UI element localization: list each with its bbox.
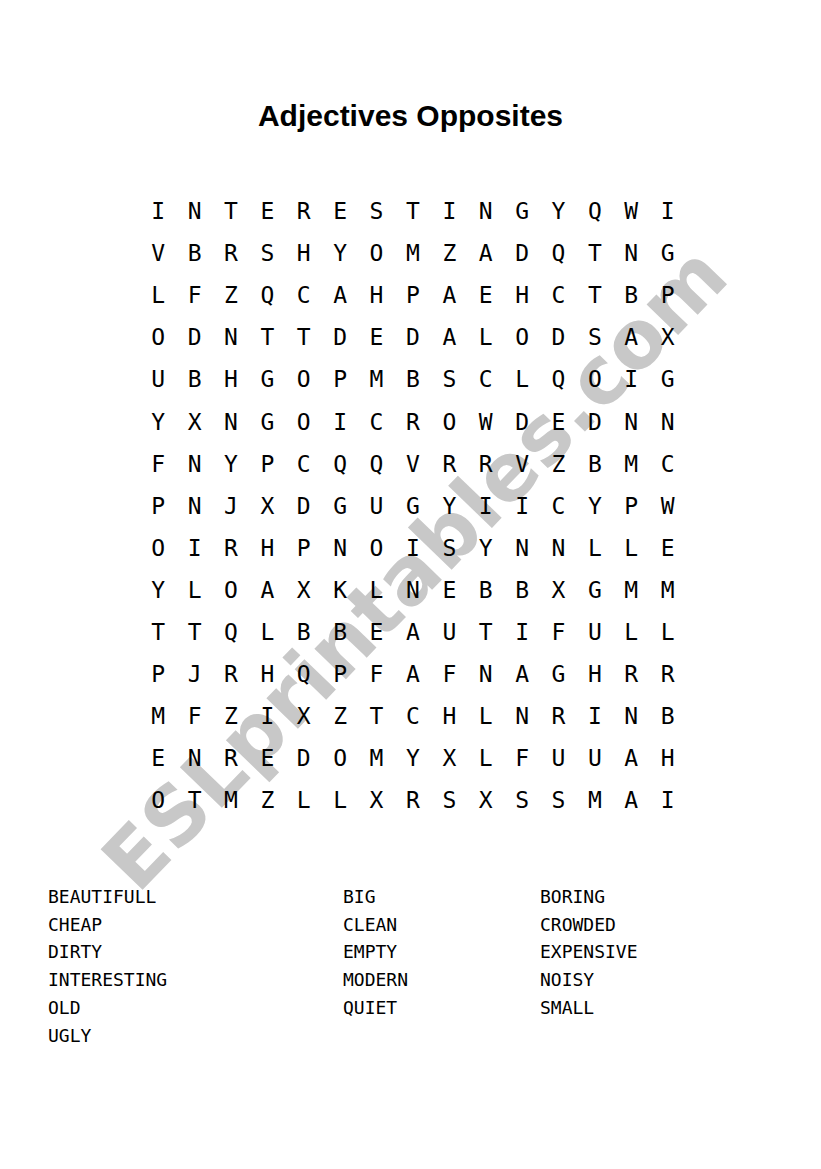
grid-cell: I [649, 190, 685, 232]
grid-cell: Y [322, 232, 358, 274]
grid-cell: D [504, 400, 540, 442]
grid-cell: H [577, 653, 613, 695]
grid-cell: L [649, 611, 685, 653]
grid-cell: O [431, 400, 467, 442]
grid-cell: A [322, 274, 358, 316]
grid-cell: C [286, 274, 322, 316]
grid-cell: Q [286, 653, 322, 695]
grid-cell: B [468, 569, 504, 611]
grid-cell: S [431, 779, 467, 821]
grid-cell: L [468, 695, 504, 737]
grid-cell: M [613, 569, 649, 611]
grid-cell: N [540, 527, 576, 569]
grid-cell: L [358, 569, 394, 611]
grid-cell: D [577, 400, 613, 442]
grid-cell: L [140, 274, 176, 316]
grid-cell: Y [213, 443, 249, 485]
grid-cell: L [468, 316, 504, 358]
grid-cell: E [431, 569, 467, 611]
grid-cell: C [358, 400, 394, 442]
grid-cell: C [649, 443, 685, 485]
grid-cell: M [649, 569, 685, 611]
grid-cell: O [286, 400, 322, 442]
grid-cell: R [213, 232, 249, 274]
grid-cell: X [176, 400, 212, 442]
word-item: CHEAP [48, 911, 167, 939]
grid-cell: N [613, 400, 649, 442]
grid-cell: N [176, 737, 212, 779]
grid-cell: D [395, 316, 431, 358]
grid-cell: J [213, 485, 249, 527]
grid-cell: G [249, 400, 285, 442]
grid-cell: E [322, 190, 358, 232]
grid-cell: Q [540, 232, 576, 274]
grid-cell: A [613, 316, 649, 358]
grid-cell: L [322, 779, 358, 821]
grid-cell: T [577, 232, 613, 274]
grid-cell: T [249, 316, 285, 358]
grid-cell: U [358, 485, 394, 527]
grid-cell: O [213, 569, 249, 611]
grid-cell: Y [577, 485, 613, 527]
grid-cell: F [504, 737, 540, 779]
grid-cell: Z [213, 274, 249, 316]
grid-cell: D [540, 316, 576, 358]
grid-cell: O [322, 737, 358, 779]
grid-cell: Z [540, 443, 576, 485]
grid-cell: O [358, 527, 394, 569]
grid-cell: T [140, 611, 176, 653]
grid-cell: X [358, 779, 394, 821]
grid-cell: N [613, 695, 649, 737]
grid-cell: D [504, 232, 540, 274]
grid-cell: R [286, 190, 322, 232]
grid-cell: L [468, 737, 504, 779]
grid-cell: Q [322, 443, 358, 485]
word-item: CLEAN [343, 911, 408, 939]
grid-cell: G [249, 358, 285, 400]
grid-cell: H [504, 274, 540, 316]
grid-cell: W [649, 485, 685, 527]
grid-cell: T [176, 611, 212, 653]
grid-cell: H [431, 695, 467, 737]
grid-cell: A [504, 653, 540, 695]
grid-cell: Y [140, 569, 176, 611]
grid-cell: G [577, 569, 613, 611]
grid-cell: O [577, 358, 613, 400]
word-list-column: BORINGCROWDEDEXPENSIVENOISYSMALL [540, 883, 638, 1022]
grid-cell: N [468, 190, 504, 232]
grid-cell: B [613, 274, 649, 316]
grid-cell: S [431, 358, 467, 400]
grid-cell: P [395, 274, 431, 316]
grid-cell: T [468, 611, 504, 653]
grid-cell: R [649, 653, 685, 695]
grid-cell: L [176, 569, 212, 611]
grid-cell: R [540, 695, 576, 737]
grid-cell: M [140, 695, 176, 737]
grid-cell: A [468, 232, 504, 274]
grid-cell: P [322, 358, 358, 400]
grid-cell: Z [249, 779, 285, 821]
grid-cell: O [286, 358, 322, 400]
grid-cell: I [649, 779, 685, 821]
page-title: Adjectives Opposites [0, 99, 821, 133]
word-item: MODERN [343, 966, 408, 994]
grid-cell: X [540, 569, 576, 611]
grid-cell: N [649, 400, 685, 442]
grid-cell: C [395, 695, 431, 737]
grid-cell: C [286, 443, 322, 485]
grid-cell: A [431, 316, 467, 358]
grid-cell: Y [468, 527, 504, 569]
grid-cell: B [395, 358, 431, 400]
grid-cell: U [140, 358, 176, 400]
grid-cell: T [176, 779, 212, 821]
grid-cell: J [176, 653, 212, 695]
grid-cell: N [176, 190, 212, 232]
grid-cell: Y [431, 485, 467, 527]
grid-cell: P [249, 443, 285, 485]
grid-cell: P [286, 527, 322, 569]
grid-cell: S [358, 190, 394, 232]
grid-cell: M [613, 443, 649, 485]
grid-cell: O [140, 527, 176, 569]
grid-cell: T [577, 274, 613, 316]
grid-cell: O [140, 779, 176, 821]
grid-cell: A [613, 737, 649, 779]
grid-cell: P [140, 485, 176, 527]
grid-cell: Q [358, 443, 394, 485]
grid-cell: X [249, 485, 285, 527]
grid-cell: I [504, 611, 540, 653]
grid-cell: R [431, 443, 467, 485]
grid-cell: F [176, 695, 212, 737]
grid-cell: I [322, 400, 358, 442]
worksheet-page: ESLprintables.com Adjectives Opposites I… [0, 0, 821, 1169]
grid-cell: L [504, 358, 540, 400]
word-item: EMPTY [343, 938, 408, 966]
grid-cell: G [540, 653, 576, 695]
grid-cell: U [431, 611, 467, 653]
grid-cell: Z [322, 695, 358, 737]
grid-cell: B [577, 443, 613, 485]
grid-cell: C [540, 274, 576, 316]
grid-cell: S [431, 527, 467, 569]
grid-cell: V [140, 232, 176, 274]
grid-cell: C [540, 485, 576, 527]
grid-cell: U [540, 737, 576, 779]
grid-cell: R [395, 400, 431, 442]
grid-cell: K [322, 569, 358, 611]
grid-cell: S [577, 316, 613, 358]
grid-cell: Z [431, 232, 467, 274]
grid-cell: G [649, 232, 685, 274]
grid-cell: T [213, 190, 249, 232]
grid-cell: X [649, 316, 685, 358]
grid-cell: Q [540, 358, 576, 400]
grid-cell: A [431, 274, 467, 316]
grid-cell: L [577, 527, 613, 569]
grid-cell: P [140, 653, 176, 695]
grid-cell: G [504, 190, 540, 232]
grid-cell: E [249, 190, 285, 232]
grid-cell: D [286, 737, 322, 779]
grid-cell: Q [577, 190, 613, 232]
grid-cell: R [213, 527, 249, 569]
grid-cell: P [613, 485, 649, 527]
grid-cell: A [395, 653, 431, 695]
grid-cell: I [249, 695, 285, 737]
word-item: SMALL [540, 994, 638, 1022]
grid-cell: M [213, 779, 249, 821]
word-item: BIG [343, 883, 408, 911]
grid-cell: Y [395, 737, 431, 779]
word-item: OLD [48, 994, 167, 1022]
grid-cell: T [286, 316, 322, 358]
grid-cell: O [358, 232, 394, 274]
grid-cell: N [213, 400, 249, 442]
grid-cell: I [577, 695, 613, 737]
grid-cell: A [395, 611, 431, 653]
grid-cell: B [176, 358, 212, 400]
grid-cell: I [431, 190, 467, 232]
grid-cell: N [176, 485, 212, 527]
grid-cell: D [286, 485, 322, 527]
grid-cell: I [176, 527, 212, 569]
grid-cell: B [504, 569, 540, 611]
grid-cell: B [286, 611, 322, 653]
grid-cell: V [504, 443, 540, 485]
grid-cell: N [504, 695, 540, 737]
grid-cell: G [322, 485, 358, 527]
word-item: DIRTY [48, 938, 167, 966]
grid-cell: H [249, 653, 285, 695]
grid-cell: G [395, 485, 431, 527]
grid-cell: M [395, 232, 431, 274]
word-list: BEAUTIFULLCHEAPDIRTYINTERESTINGOLDUGLYBI… [0, 883, 821, 1053]
grid-cell: N [613, 232, 649, 274]
grid-cell: B [322, 611, 358, 653]
grid-cell: E [358, 316, 394, 358]
grid-cell: P [322, 653, 358, 695]
grid-cell: A [249, 569, 285, 611]
word-item: INTERESTING [48, 966, 167, 994]
grid-cell: E [468, 274, 504, 316]
grid-cell: M [358, 358, 394, 400]
grid-cell: E [540, 400, 576, 442]
grid-cell: R [213, 653, 249, 695]
grid-cell: T [358, 695, 394, 737]
word-item: EXPENSIVE [540, 938, 638, 966]
grid-cell: H [358, 274, 394, 316]
grid-cell: B [176, 232, 212, 274]
grid-cell: N [504, 527, 540, 569]
grid-cell: O [504, 316, 540, 358]
word-item: UGLY [48, 1022, 167, 1050]
grid-cell: U [577, 611, 613, 653]
grid-cell: D [322, 316, 358, 358]
word-search-grid: INTERESTINGYQWIVBRSHYOMZADQTNGLFZQCAHPAE… [140, 190, 686, 821]
grid-cell: F [176, 274, 212, 316]
grid-cell: D [176, 316, 212, 358]
grid-cell: P [649, 274, 685, 316]
grid-cell: H [249, 527, 285, 569]
grid-cell: E [649, 527, 685, 569]
grid-cell: S [249, 232, 285, 274]
grid-cell: N [395, 569, 431, 611]
grid-cell: Y [540, 190, 576, 232]
grid-cell: N [322, 527, 358, 569]
grid-cell: H [649, 737, 685, 779]
grid-cell: L [613, 611, 649, 653]
grid-cell: S [540, 779, 576, 821]
grid-cell: R [468, 443, 504, 485]
grid-cell: I [504, 485, 540, 527]
grid-cell: I [613, 358, 649, 400]
grid-cell: B [649, 695, 685, 737]
word-item: BORING [540, 883, 638, 911]
grid-cell: I [140, 190, 176, 232]
grid-cell: I [395, 527, 431, 569]
grid-cell: T [395, 190, 431, 232]
grid-cell: W [613, 190, 649, 232]
grid-cell: F [358, 653, 394, 695]
word-item: BEAUTIFULL [48, 883, 167, 911]
grid-cell: F [140, 443, 176, 485]
grid-cell: N [213, 316, 249, 358]
grid-cell: L [613, 527, 649, 569]
grid-cell: L [286, 779, 322, 821]
grid-cell: R [395, 779, 431, 821]
grid-cell: W [468, 400, 504, 442]
grid-cell: H [213, 358, 249, 400]
grid-cell: X [286, 569, 322, 611]
grid-cell: C [468, 358, 504, 400]
grid-cell: O [140, 316, 176, 358]
grid-cell: V [395, 443, 431, 485]
grid-cell: S [504, 779, 540, 821]
grid-cell: E [249, 737, 285, 779]
grid-cell: F [540, 611, 576, 653]
word-list-column: BIGCLEANEMPTYMODERNQUIET [343, 883, 408, 1022]
grid-cell: X [431, 737, 467, 779]
grid-cell: R [613, 653, 649, 695]
grid-cell: I [468, 485, 504, 527]
grid-cell: Q [213, 611, 249, 653]
word-item: QUIET [343, 994, 408, 1022]
grid-cell: H [286, 232, 322, 274]
word-item: CROWDED [540, 911, 638, 939]
grid-cell: R [213, 737, 249, 779]
grid-cell: E [358, 611, 394, 653]
grid-cell: F [431, 653, 467, 695]
grid-cell: Z [213, 695, 249, 737]
word-list-column: BEAUTIFULLCHEAPDIRTYINTERESTINGOLDUGLY [48, 883, 167, 1049]
grid-cell: G [649, 358, 685, 400]
grid-cell: N [468, 653, 504, 695]
grid-cell: L [249, 611, 285, 653]
grid-cell: Y [140, 400, 176, 442]
grid-cell: E [140, 737, 176, 779]
grid-cell: N [176, 443, 212, 485]
word-item: NOISY [540, 966, 638, 994]
grid-cell: M [358, 737, 394, 779]
grid-cell: X [468, 779, 504, 821]
grid-cell: M [577, 779, 613, 821]
grid-cell: U [577, 737, 613, 779]
grid-cell: Q [249, 274, 285, 316]
grid-cell: A [613, 779, 649, 821]
grid-cell: X [286, 695, 322, 737]
